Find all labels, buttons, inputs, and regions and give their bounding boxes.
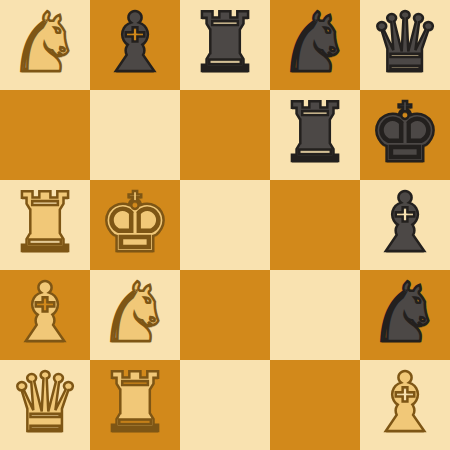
square-r1c2[interactable]: ♝ bbox=[90, 0, 180, 90]
square-r5c3[interactable] bbox=[180, 360, 270, 450]
square-r5c1[interactable]: ♛ bbox=[0, 360, 90, 450]
square-r3c2[interactable]: ♚ bbox=[90, 180, 180, 270]
square-r3c4[interactable] bbox=[270, 180, 360, 270]
square-r3c3[interactable] bbox=[180, 180, 270, 270]
white-bishop[interactable]: ♝ bbox=[8, 272, 82, 354]
white-queen[interactable]: ♛ bbox=[8, 362, 82, 444]
square-r2c5[interactable]: ♚ bbox=[360, 90, 450, 180]
square-r3c1[interactable]: ♜ bbox=[0, 180, 90, 270]
square-r2c3[interactable] bbox=[180, 90, 270, 180]
square-r4c2[interactable]: ♞ bbox=[90, 270, 180, 360]
white-bishop[interactable]: ♝ bbox=[368, 362, 442, 444]
white-king[interactable]: ♚ bbox=[98, 182, 172, 264]
black-rook[interactable]: ♜ bbox=[188, 2, 262, 84]
square-r5c5[interactable]: ♝ bbox=[360, 360, 450, 450]
square-r2c2[interactable] bbox=[90, 90, 180, 180]
square-r2c4[interactable]: ♜ bbox=[270, 90, 360, 180]
square-r1c5[interactable]: ♛ bbox=[360, 0, 450, 90]
white-rook[interactable]: ♜ bbox=[98, 362, 172, 444]
square-r1c3[interactable]: ♜ bbox=[180, 0, 270, 90]
square-r5c2[interactable]: ♜ bbox=[90, 360, 180, 450]
chess-board: ♞♝♜♞♛♜♚♜♚♝♝♞♞♛♜♝ bbox=[0, 0, 450, 450]
black-knight[interactable]: ♞ bbox=[278, 2, 352, 84]
square-r1c4[interactable]: ♞ bbox=[270, 0, 360, 90]
white-knight[interactable]: ♞ bbox=[98, 272, 172, 354]
square-r3c5[interactable]: ♝ bbox=[360, 180, 450, 270]
black-bishop[interactable]: ♝ bbox=[368, 182, 442, 264]
black-knight[interactable]: ♞ bbox=[368, 272, 442, 354]
black-bishop[interactable]: ♝ bbox=[98, 2, 172, 84]
square-r4c1[interactable]: ♝ bbox=[0, 270, 90, 360]
white-knight[interactable]: ♞ bbox=[8, 2, 82, 84]
black-rook[interactable]: ♜ bbox=[278, 92, 352, 174]
square-r4c5[interactable]: ♞ bbox=[360, 270, 450, 360]
black-king[interactable]: ♚ bbox=[368, 92, 442, 174]
square-r4c4[interactable] bbox=[270, 270, 360, 360]
square-r2c1[interactable] bbox=[0, 90, 90, 180]
black-queen[interactable]: ♛ bbox=[368, 2, 442, 84]
square-r5c4[interactable] bbox=[270, 360, 360, 450]
white-rook[interactable]: ♜ bbox=[8, 182, 82, 264]
square-r1c1[interactable]: ♞ bbox=[0, 0, 90, 90]
square-r4c3[interactable] bbox=[180, 270, 270, 360]
